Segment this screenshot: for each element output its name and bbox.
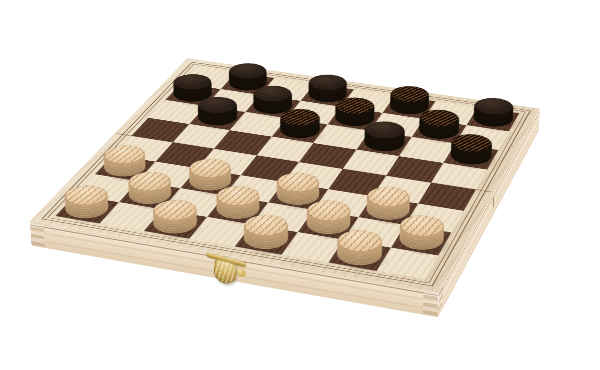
square-d6[interactable] [272,118,328,143]
finger-joint [438,286,443,317]
finger-joint [423,290,439,316]
square-h6[interactable] [443,143,498,169]
piece-dark-h6[interactable] [447,145,495,167]
piece-light-g1[interactable] [333,242,387,269]
latch-plate [213,258,237,286]
product-photo [0,0,600,370]
piece-light-e1[interactable] [239,226,293,252]
checkers-box [30,58,540,292]
square-f6[interactable] [356,131,412,156]
finger-joint [30,223,45,248]
piece-light-a1[interactable] [60,197,114,222]
brass-latch-icon [211,254,240,289]
piece-dark-f6[interactable] [360,132,408,154]
piece-light-c1[interactable] [148,211,202,236]
latch-hook [236,267,246,278]
